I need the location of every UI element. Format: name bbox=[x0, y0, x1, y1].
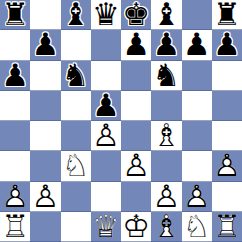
square-d7[interactable] bbox=[91, 30, 121, 60]
white-pawn: ♟♙ bbox=[121, 151, 151, 181]
square-h6[interactable] bbox=[212, 61, 242, 91]
square-d8[interactable]: ♛ bbox=[91, 0, 121, 30]
square-h7[interactable]: ♟ bbox=[212, 30, 242, 60]
square-g4[interactable] bbox=[182, 121, 212, 151]
chess-board: ♜♝♛♚♝♜♟♟♟♟♟♟♞♞♟♟♙♝♗♞♘♟♙♟♙♟♙♟♙♟♙♟♙♜♖♛♕♚♔♝… bbox=[0, 0, 242, 242]
square-f4[interactable]: ♝♗ bbox=[151, 121, 181, 151]
square-h5[interactable] bbox=[212, 91, 242, 121]
square-c3[interactable]: ♞♘ bbox=[61, 151, 91, 181]
white-bishop: ♝♗ bbox=[151, 212, 181, 242]
square-b5[interactable] bbox=[30, 91, 60, 121]
white-rook: ♜♖ bbox=[212, 212, 242, 242]
square-b7[interactable]: ♟ bbox=[30, 30, 60, 60]
black-pawn: ♟ bbox=[121, 30, 151, 60]
black-pawn: ♟ bbox=[212, 30, 242, 60]
square-c1[interactable] bbox=[61, 212, 91, 242]
white-bishop: ♝♗ bbox=[151, 121, 181, 151]
square-a5[interactable] bbox=[0, 91, 30, 121]
square-e3[interactable]: ♟♙ bbox=[121, 151, 151, 181]
square-c6[interactable]: ♞ bbox=[61, 61, 91, 91]
square-e5[interactable] bbox=[121, 91, 151, 121]
square-b6[interactable] bbox=[30, 61, 60, 91]
white-pawn: ♟♙ bbox=[91, 121, 121, 151]
square-e1[interactable]: ♚♔ bbox=[121, 212, 151, 242]
square-f1[interactable]: ♝♗ bbox=[151, 212, 181, 242]
square-g5[interactable] bbox=[182, 91, 212, 121]
square-b1[interactable] bbox=[30, 212, 60, 242]
white-king: ♚♔ bbox=[121, 212, 151, 242]
square-g1[interactable]: ♞♘ bbox=[182, 212, 212, 242]
square-e6[interactable] bbox=[121, 61, 151, 91]
square-a4[interactable] bbox=[0, 121, 30, 151]
white-knight: ♞♘ bbox=[182, 212, 212, 242]
square-d4[interactable]: ♟♙ bbox=[91, 121, 121, 151]
black-knight: ♞ bbox=[151, 61, 181, 91]
square-a1[interactable]: ♜♖ bbox=[0, 212, 30, 242]
square-g7[interactable]: ♟ bbox=[182, 30, 212, 60]
square-b2[interactable]: ♟♙ bbox=[30, 182, 60, 212]
square-e7[interactable]: ♟ bbox=[121, 30, 151, 60]
white-pawn: ♟♙ bbox=[30, 182, 60, 212]
black-pawn: ♟ bbox=[30, 30, 60, 60]
square-c8[interactable]: ♝ bbox=[61, 0, 91, 30]
black-pawn: ♟ bbox=[0, 61, 30, 91]
square-a6[interactable]: ♟ bbox=[0, 61, 30, 91]
black-pawn: ♟ bbox=[182, 30, 212, 60]
white-knight: ♞♘ bbox=[61, 151, 91, 181]
white-pawn: ♟♙ bbox=[212, 151, 242, 181]
square-f6[interactable]: ♞ bbox=[151, 61, 181, 91]
black-rook: ♜ bbox=[0, 0, 30, 30]
black-bishop: ♝ bbox=[61, 0, 91, 30]
black-knight: ♞ bbox=[61, 61, 91, 91]
white-rook: ♜♖ bbox=[0, 212, 30, 242]
square-c5[interactable] bbox=[61, 91, 91, 121]
square-g6[interactable] bbox=[182, 61, 212, 91]
square-d3[interactable] bbox=[91, 151, 121, 181]
square-c2[interactable] bbox=[61, 182, 91, 212]
square-d1[interactable]: ♛♕ bbox=[91, 212, 121, 242]
black-queen: ♛ bbox=[91, 0, 121, 30]
white-queen: ♛♕ bbox=[91, 212, 121, 242]
square-b4[interactable] bbox=[30, 121, 60, 151]
square-h1[interactable]: ♜♖ bbox=[212, 212, 242, 242]
square-a8[interactable]: ♜ bbox=[0, 0, 30, 30]
square-h3[interactable]: ♟♙ bbox=[212, 151, 242, 181]
